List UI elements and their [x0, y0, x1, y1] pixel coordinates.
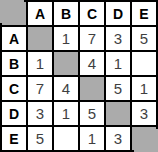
cell-C-A[interactable]: 7 [28, 77, 52, 100]
cell-D-C[interactable]: 5 [80, 102, 104, 125]
row-header-B: B [2, 52, 26, 75]
corner-cell [2, 2, 26, 25]
col-header-E: E [132, 2, 156, 25]
row-header-A: A [2, 27, 26, 50]
cell-E-D[interactable]: 3 [106, 127, 130, 150]
cell-C-E[interactable]: 1 [132, 77, 156, 100]
cell-C-B[interactable]: 4 [54, 77, 78, 100]
cell-E-A[interactable]: 5 [28, 127, 52, 150]
cell-D-A[interactable]: 3 [28, 102, 52, 125]
cell-E-C[interactable]: 1 [80, 127, 104, 150]
row-header-E: E [2, 127, 26, 150]
col-header-D: D [106, 2, 130, 25]
cell-B-D[interactable]: 1 [106, 52, 130, 75]
cell-B-E[interactable] [132, 52, 156, 75]
col-header-B: B [54, 2, 78, 25]
cell-D-B[interactable]: 1 [54, 102, 78, 125]
cell-D-D-blocked [106, 102, 130, 125]
cell-A-D[interactable]: 3 [106, 27, 130, 50]
cell-A-B[interactable]: 1 [54, 27, 78, 50]
cell-A-C[interactable]: 7 [80, 27, 104, 50]
col-header-A: A [28, 2, 52, 25]
cell-D-E[interactable]: 3 [132, 102, 156, 125]
distance-grid-board: ABCDEA1735B141C7451D3153E513 [0, 0, 158, 152]
cell-E-B[interactable] [54, 127, 78, 150]
cell-C-D[interactable]: 5 [106, 77, 130, 100]
cell-C-C-blocked [80, 77, 104, 100]
cell-A-E[interactable]: 5 [132, 27, 156, 50]
row-header-C: C [2, 77, 26, 100]
cell-E-E-blocked [132, 127, 156, 150]
cell-B-B-blocked [54, 52, 78, 75]
cell-B-C[interactable]: 4 [80, 52, 104, 75]
row-header-D: D [2, 102, 26, 125]
cell-B-A[interactable]: 1 [28, 52, 52, 75]
col-header-C: C [80, 2, 104, 25]
cell-A-A-blocked [28, 27, 52, 50]
